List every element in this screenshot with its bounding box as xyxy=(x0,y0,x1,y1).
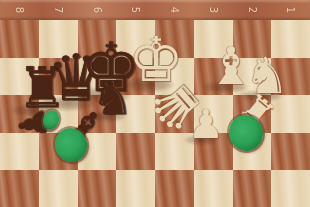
chess-set-photo: 87654321 ♜♛♚♞♟♝♚♛♟♝♞♜ xyxy=(0,0,310,207)
white-rook-felt-base xyxy=(225,111,267,155)
white-king-shadow xyxy=(122,77,175,92)
dark-king-shadow xyxy=(74,87,132,103)
dark-bishop-felt-base xyxy=(50,124,92,167)
white-pawn-shadow xyxy=(184,135,218,145)
pieces-layer: ♜♛♚♞♟♝♚♛♟♝♞♜ xyxy=(0,0,310,207)
dark-knight-shadow xyxy=(87,111,126,122)
white-bishop-shadow xyxy=(203,81,247,93)
white-knight-shadow xyxy=(240,90,283,102)
